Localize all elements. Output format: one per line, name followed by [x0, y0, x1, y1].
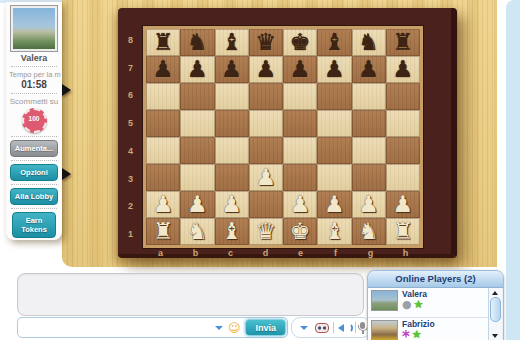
square-f3[interactable] — [317, 164, 351, 191]
square-b3[interactable] — [180, 164, 214, 191]
rank-label: 1 — [118, 220, 143, 248]
divider — [11, 136, 57, 137]
rank-label: 5 — [118, 109, 143, 137]
player-row[interactable]: Valera●★ — [368, 288, 489, 318]
square-c1[interactable]: ♝ — [215, 218, 249, 245]
piece-white-pawn[interactable]: ♟ — [386, 191, 420, 218]
piece-white-bishop[interactable]: ♝ — [317, 218, 351, 245]
file-label: b — [178, 247, 213, 259]
square-h8[interactable]: ♜ — [386, 29, 420, 56]
piece-black-queen[interactable]: ♛ — [249, 29, 283, 56]
square-d5[interactable] — [249, 110, 283, 137]
square-c7[interactable]: ♟ — [215, 56, 249, 83]
square-c2[interactable]: ♟ — [215, 191, 249, 218]
page-edge-right — [506, 0, 520, 340]
divider — [11, 208, 57, 209]
square-e6[interactable] — [283, 83, 317, 110]
piece-black-pawn[interactable]: ♟ — [317, 56, 351, 83]
square-g6[interactable] — [352, 83, 386, 110]
chat-input[interactable] — [18, 320, 212, 335]
square-h1[interactable]: ♜ — [386, 218, 420, 245]
square-a4[interactable] — [146, 137, 180, 164]
move-timer-value: 01:58 — [6, 79, 62, 90]
square-e1[interactable]: ♚ — [283, 218, 317, 245]
piece-black-rook[interactable]: ♜ — [386, 29, 420, 56]
piece-white-knight[interactable]: ♞ — [180, 218, 214, 245]
square-b4[interactable] — [180, 137, 214, 164]
speaker-icon[interactable] — [338, 323, 351, 333]
square-f5[interactable] — [317, 110, 351, 137]
player-name: Valera — [6, 53, 62, 63]
square-d3[interactable]: ♟ — [249, 164, 283, 191]
divider — [355, 322, 356, 333]
bet-label: Scommetti su — [6, 97, 62, 106]
square-h2[interactable]: ♟ — [386, 191, 420, 218]
rank-label: 7 — [118, 54, 143, 82]
square-b7[interactable]: ♟ — [180, 56, 214, 83]
sidebar-collapse-arrow-icon[interactable] — [62, 84, 71, 96]
piece-black-bishop[interactable]: ♝ — [317, 29, 351, 56]
token-chip-icon: 100 — [22, 108, 47, 133]
square-f7[interactable]: ♟ — [317, 56, 351, 83]
square-a3[interactable] — [146, 164, 180, 191]
square-a1[interactable]: ♜ — [146, 218, 180, 245]
move-timer-label: Tempo per la m — [9, 70, 62, 79]
square-g1[interactable]: ♞ — [352, 218, 386, 245]
square-h3[interactable] — [386, 164, 420, 191]
scrollbar-thumb[interactable] — [490, 297, 501, 322]
square-f1[interactable]: ♝ — [317, 218, 351, 245]
square-f8[interactable]: ♝ — [317, 29, 351, 56]
file-label: d — [248, 247, 283, 259]
square-a5[interactable] — [146, 110, 180, 137]
square-g8[interactable]: ♞ — [352, 29, 386, 56]
square-d4[interactable] — [249, 137, 283, 164]
square-g3[interactable] — [352, 164, 386, 191]
piece-white-bishop[interactable]: ♝ — [215, 218, 249, 245]
chevron-down-icon[interactable] — [300, 326, 308, 330]
sidebar-collapse-arrow-icon[interactable] — [62, 168, 71, 180]
piece-white-pawn[interactable]: ♟ — [249, 164, 283, 191]
piece-white-pawn[interactable]: ♟ — [146, 191, 180, 218]
divider — [11, 184, 57, 185]
square-a6[interactable] — [146, 83, 180, 110]
alla-lobby-button[interactable]: Alla Lobby — [10, 188, 58, 205]
piece-black-knight[interactable]: ♞ — [352, 29, 386, 56]
square-h6[interactable] — [386, 83, 420, 110]
coin-badge-icon: ● — [402, 300, 412, 310]
microphone-icon[interactable] — [360, 322, 365, 329]
piece-black-pawn[interactable]: ♟ — [386, 56, 420, 83]
rank-label: 3 — [118, 165, 143, 193]
piece-white-rook[interactable]: ♜ — [146, 218, 180, 245]
chess-board: ♜♞♝♛♚♝♞♜♟♟♟♟♟♟♟♟♟♟♟♟♟♟♟♟♜♞♝♛♚♝♞♜ — [143, 26, 423, 248]
voice-controls — [291, 317, 371, 338]
piece-black-pawn[interactable]: ♟ — [352, 56, 386, 83]
square-d7[interactable]: ♟ — [249, 56, 283, 83]
square-a7[interactable]: ♟ — [146, 56, 180, 83]
square-e8[interactable]: ♚ — [283, 29, 317, 56]
chat-history — [17, 273, 364, 316]
app-window: 87654321 abcdefgh ♜♞♝♛♚♝♞♜♟♟♟♟♟♟♟♟♟♟♟♟♟♟… — [0, 0, 520, 340]
piece-black-pawn[interactable]: ♟ — [283, 56, 317, 83]
player-list-avatar — [371, 320, 398, 340]
square-c4[interactable] — [215, 137, 249, 164]
online-players-title: Online Players (2) — [368, 271, 503, 288]
piece-white-rook[interactable]: ♜ — [386, 218, 420, 245]
piece-black-king[interactable]: ♚ — [283, 29, 317, 56]
player-avatar — [11, 6, 57, 51]
square-b8[interactable]: ♞ — [180, 29, 214, 56]
player-sidebar: Valera Tempo per la m 01:58 Scommetti su… — [6, 2, 62, 240]
rank-label: 6 — [118, 82, 143, 110]
piece-white-pawn[interactable]: ♟ — [283, 191, 317, 218]
square-b2[interactable]: ♟ — [180, 191, 214, 218]
square-g5[interactable] — [352, 110, 386, 137]
square-e5[interactable] — [283, 110, 317, 137]
divider — [11, 160, 57, 161]
chevron-down-icon[interactable] — [215, 326, 223, 330]
scroll-down-icon[interactable] — [492, 334, 498, 338]
player-row[interactable]: Fabrizio*★ — [368, 318, 489, 340]
square-c8[interactable]: ♝ — [215, 29, 249, 56]
file-label: a — [143, 247, 178, 259]
square-b6[interactable] — [180, 83, 214, 110]
opzioni-button[interactable]: Opzioni — [10, 164, 58, 181]
file-label: f — [318, 247, 353, 259]
star-badge-icon: ★ — [412, 330, 422, 340]
piece-black-pawn[interactable]: ♟ — [146, 56, 180, 83]
online-players-panel: Online Players (2) Valera●★Fabrizio*★ — [367, 270, 504, 340]
file-label: e — [283, 247, 318, 259]
square-b5[interactable] — [180, 110, 214, 137]
piece-white-knight[interactable]: ♞ — [352, 218, 386, 245]
piece-black-pawn[interactable]: ♟ — [249, 56, 283, 83]
square-a8[interactable]: ♜ — [146, 29, 180, 56]
piece-white-pawn[interactable]: ♟ — [215, 191, 249, 218]
square-b1[interactable]: ♞ — [180, 218, 214, 245]
square-d8[interactable]: ♛ — [249, 29, 283, 56]
piece-black-rook[interactable]: ♜ — [146, 29, 180, 56]
square-d1[interactable]: ♛ — [249, 218, 283, 245]
file-label: g — [353, 247, 388, 259]
piece-white-queen[interactable]: ♛ — [249, 218, 283, 245]
player-list-avatar — [371, 290, 398, 311]
divider — [11, 93, 57, 94]
aumenta-button[interactable]: Aumenta... — [10, 140, 58, 157]
webcam-icon[interactable] — [315, 323, 329, 333]
square-e2[interactable]: ♟ — [283, 191, 317, 218]
file-labels: abcdefgh — [143, 247, 423, 259]
send-button[interactable]: Invia — [245, 319, 286, 336]
square-f2[interactable]: ♟ — [317, 191, 351, 218]
piece-black-bishop[interactable]: ♝ — [215, 29, 249, 56]
rank-labels: 87654321 — [118, 26, 143, 248]
file-label: c — [213, 247, 248, 259]
square-f6[interactable] — [317, 83, 351, 110]
divider — [11, 66, 57, 67]
file-label: h — [388, 247, 423, 259]
square-e3[interactable] — [283, 164, 317, 191]
emoticon-icon[interactable]: ☺ — [228, 322, 241, 334]
square-h4[interactable] — [386, 137, 420, 164]
piece-white-pawn[interactable]: ♟ — [180, 191, 214, 218]
square-d6[interactable] — [249, 83, 283, 110]
online-players-list: Valera●★Fabrizio*★ — [368, 288, 489, 340]
square-f4[interactable] — [317, 137, 351, 164]
piece-white-king[interactable]: ♚ — [283, 218, 317, 245]
players-scrollbar[interactable] — [488, 288, 502, 340]
puzzle-badge-icon: * — [402, 332, 410, 340]
square-d2[interactable] — [249, 191, 283, 218]
piece-white-pawn[interactable]: ♟ — [317, 191, 351, 218]
chip-value: 100 — [24, 110, 45, 127]
square-h5[interactable] — [386, 110, 420, 137]
piece-white-pawn[interactable]: ♟ — [352, 191, 386, 218]
square-g4[interactable] — [352, 137, 386, 164]
rank-label: 2 — [118, 193, 143, 221]
square-g7[interactable]: ♟ — [352, 56, 386, 83]
star-badge-icon: ★ — [414, 300, 424, 310]
square-e4[interactable] — [283, 137, 317, 164]
square-g2[interactable]: ♟ — [352, 191, 386, 218]
rank-label: 8 — [118, 26, 143, 54]
square-h7[interactable]: ♟ — [386, 56, 420, 83]
chat-input-bar: ☺ Invia — [17, 317, 288, 338]
piece-black-pawn[interactable]: ♟ — [215, 56, 249, 83]
square-c6[interactable] — [215, 83, 249, 110]
piece-black-pawn[interactable]: ♟ — [180, 56, 214, 83]
earn-tokens-button[interactable]: Earn Tokens — [12, 212, 56, 238]
square-c5[interactable] — [215, 110, 249, 137]
square-e7[interactable]: ♟ — [283, 56, 317, 83]
piece-black-knight[interactable]: ♞ — [180, 29, 214, 56]
scroll-up-icon[interactable] — [492, 291, 498, 295]
square-c3[interactable] — [215, 164, 249, 191]
divider — [333, 322, 334, 333]
square-a2[interactable]: ♟ — [146, 191, 180, 218]
rank-label: 4 — [118, 137, 143, 165]
